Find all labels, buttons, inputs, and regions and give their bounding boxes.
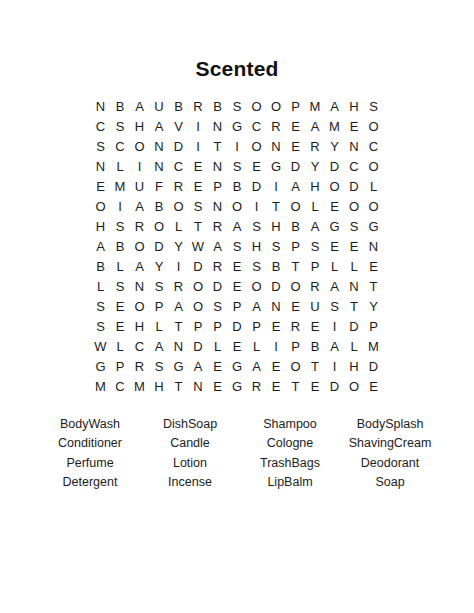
grid-cell-r1c12: M	[305, 96, 325, 116]
grid-cell-r6c15: O	[364, 196, 384, 216]
grid-cell-r4c5: C	[169, 156, 189, 176]
grid-cell-r1c15: S	[364, 96, 384, 116]
grid-cell-r14c13: I	[325, 356, 345, 376]
grid-cell-r15c14: O	[344, 376, 364, 396]
grid-cell-r13c13: A	[325, 336, 345, 356]
word-bank-item-lipbalm: LipBalm	[240, 473, 340, 493]
grid-cell-r1c4: U	[149, 96, 169, 116]
grid-cell-r6c14: O	[344, 196, 364, 216]
grid-cell-r2c10: R	[266, 116, 286, 136]
word-bank-item-bodywash: BodyWash	[40, 414, 140, 434]
word-bank-item-trashbags: TrashBags	[240, 453, 340, 473]
grid-cell-r7c7: R	[208, 216, 228, 236]
grid-cell-r6c8: O	[227, 196, 247, 216]
grid-cell-r9c7: R	[208, 256, 228, 276]
grid-cell-r14c12: T	[305, 356, 325, 376]
grid-cell-r8c6: W	[188, 236, 208, 256]
grid-cell-r2c13: M	[325, 116, 345, 136]
grid-cell-r10c14: N	[344, 276, 364, 296]
grid-cell-r8c4: D	[149, 236, 169, 256]
grid-cell-r11c11: E	[286, 296, 306, 316]
grid-cell-r12c5: T	[169, 316, 189, 336]
grid-cell-r3c9: O	[247, 136, 267, 156]
grid-cell-r13c3: C	[130, 336, 150, 356]
grid-cell-r15c3: M	[130, 376, 150, 396]
grid-cell-r9c10: B	[266, 256, 286, 276]
grid-cell-r10c9: O	[247, 276, 267, 296]
grid-cell-r8c15: N	[364, 236, 384, 256]
grid-cell-r7c5: L	[169, 216, 189, 236]
grid-cell-r6c5: O	[169, 196, 189, 216]
grid-cell-r7c4: O	[149, 216, 169, 236]
grid-cell-r3c8: I	[227, 136, 247, 156]
grid-cell-r11c14: T	[344, 296, 364, 316]
grid-cell-r3c15: C	[364, 136, 384, 156]
grid-cell-r9c4: Y	[149, 256, 169, 276]
grid-cell-r1c7: B	[208, 96, 228, 116]
grid-cell-r9c15: E	[364, 256, 384, 276]
grid-cell-r9c11: T	[286, 256, 306, 276]
grid-cell-r3c14: N	[344, 136, 364, 156]
grid-cell-r13c2: L	[110, 336, 130, 356]
grid-cell-r12c14: D	[344, 316, 364, 336]
grid-cell-r13c7: L	[208, 336, 228, 356]
word-bank-item-perfume: Perfume	[40, 453, 140, 473]
grid-cell-r10c15: T	[364, 276, 384, 296]
grid-cell-r12c3: H	[130, 316, 150, 336]
grid-cell-r4c6: E	[188, 156, 208, 176]
grid-cell-r6c10: T	[266, 196, 286, 216]
grid-cell-r8c11: P	[286, 236, 306, 256]
grid-cell-r13c11: P	[286, 336, 306, 356]
grid-cell-r14c9: A	[247, 356, 267, 376]
grid-cell-r4c9: E	[247, 156, 267, 176]
grid-cell-r12c15: P	[364, 316, 384, 336]
word-bank-item-dishsoap: DishSoap	[140, 414, 240, 434]
grid-cell-r6c12: L	[305, 196, 325, 216]
grid-cell-r12c7: P	[208, 316, 228, 336]
grid-cell-r7c12: A	[305, 216, 325, 236]
grid-cell-r12c12: E	[305, 316, 325, 336]
grid-cell-r13c8: E	[227, 336, 247, 356]
grid-cell-r5c10: I	[266, 176, 286, 196]
grid-cell-r11c7: S	[208, 296, 228, 316]
grid-cell-r10c10: D	[266, 276, 286, 296]
grid-cell-r8c1: A	[91, 236, 111, 256]
grid-cell-r5c2: M	[110, 176, 130, 196]
grid-cell-r10c11: O	[286, 276, 306, 296]
grid-cell-r1c1: N	[91, 96, 111, 116]
grid-cell-r7c9: S	[247, 216, 267, 236]
grid-cell-r11c15: Y	[364, 296, 384, 316]
grid-cell-r15c13: D	[325, 376, 345, 396]
grid-cell-r9c6: D	[188, 256, 208, 276]
grid-cell-r11c1: S	[91, 296, 111, 316]
grid-cell-r13c4: A	[149, 336, 169, 356]
grid-cell-r8c8: S	[227, 236, 247, 256]
grid-cell-r6c7: N	[208, 196, 228, 216]
grid-cell-r13c5: N	[169, 336, 189, 356]
grid-cell-r14c2: P	[110, 356, 130, 376]
grid-cell-r14c3: R	[130, 356, 150, 376]
grid-cell-r12c1: S	[91, 316, 111, 336]
word-bank-item-shampoo: Shampoo	[240, 414, 340, 434]
grid-cell-r3c5: D	[169, 136, 189, 156]
grid-cell-r5c15: L	[364, 176, 384, 196]
grid-cell-r1c8: S	[227, 96, 247, 116]
grid-cell-r15c15: E	[364, 376, 384, 396]
grid-cell-r7c6: T	[188, 216, 208, 236]
grid-cell-r10c6: O	[188, 276, 208, 296]
grid-cell-r9c9: S	[247, 256, 267, 276]
grid-cell-r2c3: H	[130, 116, 150, 136]
grid-cell-r11c5: A	[169, 296, 189, 316]
word-bank-item-candle: Candle	[140, 434, 240, 454]
grid-cell-r12c9: P	[247, 316, 267, 336]
grid-cell-r15c8: G	[227, 376, 247, 396]
grid-cell-r8c14: E	[344, 236, 364, 256]
grid-cell-r7c8: A	[227, 216, 247, 236]
grid-cell-r14c5: G	[169, 356, 189, 376]
grid-cell-r5c7: P	[208, 176, 228, 196]
grid-cell-r8c13: E	[325, 236, 345, 256]
grid-cell-r6c4: B	[149, 196, 169, 216]
grid-cell-r13c1: W	[91, 336, 111, 356]
word-bank-item-deodorant: Deodorant	[340, 453, 440, 473]
grid-cell-r9c3: A	[130, 256, 150, 276]
grid-cell-r5c5: R	[169, 176, 189, 196]
grid-cell-r6c9: I	[247, 196, 267, 216]
grid-cell-r2c5: V	[169, 116, 189, 136]
grid-cell-r12c11: R	[286, 316, 306, 336]
grid-cell-r12c2: E	[110, 316, 130, 336]
word-bank-item-conditioner: Conditioner	[40, 434, 140, 454]
grid-cell-r7c11: B	[286, 216, 306, 236]
grid-cell-r10c3: N	[130, 276, 150, 296]
grid-cell-r5c6: E	[188, 176, 208, 196]
grid-cell-r4c10: G	[266, 156, 286, 176]
grid-cell-r4c14: C	[344, 156, 364, 176]
grid-cell-r14c10: E	[266, 356, 286, 376]
grid-cell-r7c3: R	[130, 216, 150, 236]
grid-cell-r15c12: E	[305, 376, 325, 396]
grid-cell-r13c10: I	[266, 336, 286, 356]
grid-cell-r6c2: I	[110, 196, 130, 216]
grid-cell-r4c12: Y	[305, 156, 325, 176]
grid-cell-r15c4: H	[149, 376, 169, 396]
puzzle-title: Scented	[0, 58, 474, 80]
grid-cell-r14c14: H	[344, 356, 364, 376]
grid-cell-r8c7: A	[208, 236, 228, 256]
grid-cell-r11c3: O	[130, 296, 150, 316]
grid-cell-r1c14: H	[344, 96, 364, 116]
word-bank-item-shavingcream: ShavingCream	[340, 434, 440, 454]
grid-cell-r7c14: S	[344, 216, 364, 236]
grid-cell-r12c10: E	[266, 316, 286, 336]
grid-cell-r4c4: N	[149, 156, 169, 176]
grid-cell-r15c7: E	[208, 376, 228, 396]
grid-cell-r10c13: A	[325, 276, 345, 296]
grid-cell-r5c12: H	[305, 176, 325, 196]
grid-cell-r10c12: R	[305, 276, 325, 296]
grid-cell-r14c15: D	[364, 356, 384, 376]
grid-cell-r1c9: O	[247, 96, 267, 116]
word-bank-item-bodysplash: BodySplash	[340, 414, 440, 434]
grid-cell-r3c1: S	[91, 136, 111, 156]
grid-cell-r15c2: C	[110, 376, 130, 396]
grid-cell-r15c6: N	[188, 376, 208, 396]
grid-cell-r3c3: O	[130, 136, 150, 156]
grid-cell-r14c1: G	[91, 356, 111, 376]
grid-cell-r13c12: B	[305, 336, 325, 356]
grid-cell-r7c10: H	[266, 216, 286, 236]
grid-cell-r1c5: B	[169, 96, 189, 116]
grid-cell-r3c12: R	[305, 136, 325, 156]
grid-cell-r3c10: N	[266, 136, 286, 156]
grid-cell-r4c1: N	[91, 156, 111, 176]
grid-cell-r12c4: L	[149, 316, 169, 336]
grid-cell-r11c12: U	[305, 296, 325, 316]
grid-cell-r11c6: O	[188, 296, 208, 316]
word-bank: BodyWashDishSoapShampooBodySplashConditi…	[40, 414, 440, 492]
grid-cell-r15c10: E	[266, 376, 286, 396]
word-bank-item-lotion: Lotion	[140, 453, 240, 473]
grid-cell-r10c4: S	[149, 276, 169, 296]
grid-cell-r1c13: A	[325, 96, 345, 116]
word-bank-item-incense: Incense	[140, 473, 240, 493]
grid-cell-r4c13: D	[325, 156, 345, 176]
grid-cell-r14c4: S	[149, 356, 169, 376]
grid-cell-r9c2: L	[110, 256, 130, 276]
grid-cell-r15c9: R	[247, 376, 267, 396]
grid-cell-r7c15: G	[364, 216, 384, 236]
grid-cell-r8c10: S	[266, 236, 286, 256]
grid-cell-r2c11: E	[286, 116, 306, 136]
word-search-grid: NBAUBRBSOOPMAHSCSHAVINGCREAMEOSCONDITION…	[91, 96, 384, 396]
grid-cell-r7c2: S	[110, 216, 130, 236]
grid-cell-r5c3: U	[130, 176, 150, 196]
grid-cell-r13c6: D	[188, 336, 208, 356]
grid-cell-r6c13: E	[325, 196, 345, 216]
grid-cell-r4c8: S	[227, 156, 247, 176]
grid-cell-r3c6: I	[188, 136, 208, 156]
grid-cell-r8c12: S	[305, 236, 325, 256]
grid-cell-r9c8: E	[227, 256, 247, 276]
grid-cell-r5c8: B	[227, 176, 247, 196]
grid-cell-r12c6: P	[188, 316, 208, 336]
grid-cell-r15c11: T	[286, 376, 306, 396]
grid-cell-r2c2: S	[110, 116, 130, 136]
grid-cell-r8c5: Y	[169, 236, 189, 256]
grid-cell-r5c11: A	[286, 176, 306, 196]
grid-cell-r8c3: O	[130, 236, 150, 256]
grid-cell-r2c7: N	[208, 116, 228, 136]
grid-cell-r9c1: B	[91, 256, 111, 276]
grid-cell-r2c8: G	[227, 116, 247, 136]
grid-cell-r1c10: O	[266, 96, 286, 116]
grid-cell-r9c12: P	[305, 256, 325, 276]
grid-cell-r11c4: P	[149, 296, 169, 316]
grid-cell-r14c7: E	[208, 356, 228, 376]
grid-cell-r2c4: A	[149, 116, 169, 136]
grid-cell-r10c8: E	[227, 276, 247, 296]
grid-cell-r7c13: G	[325, 216, 345, 236]
grid-cell-r6c11: O	[286, 196, 306, 216]
grid-cell-r12c8: D	[227, 316, 247, 336]
grid-cell-r10c2: S	[110, 276, 130, 296]
grid-cell-r8c9: H	[247, 236, 267, 256]
word-bank-item-soap: Soap	[340, 473, 440, 493]
grid-cell-r9c5: I	[169, 256, 189, 276]
grid-cell-r1c3: A	[130, 96, 150, 116]
grid-cell-r1c2: B	[110, 96, 130, 116]
grid-cell-r6c6: S	[188, 196, 208, 216]
word-search-page: Scented NBAUBRBSOOPMAHSCSHAVINGCREAMEOSC…	[0, 0, 474, 613]
grid-cell-r3c13: Y	[325, 136, 345, 156]
grid-cell-r10c1: L	[91, 276, 111, 296]
grid-cell-r2c12: A	[305, 116, 325, 136]
grid-cell-r12c13: I	[325, 316, 345, 336]
grid-cell-r15c1: M	[91, 376, 111, 396]
grid-cell-r5c1: E	[91, 176, 111, 196]
grid-cell-r9c14: L	[344, 256, 364, 276]
grid-cell-r2c9: C	[247, 116, 267, 136]
grid-cell-r1c6: R	[188, 96, 208, 116]
grid-cell-r5c13: O	[325, 176, 345, 196]
grid-cell-r8c2: B	[110, 236, 130, 256]
grid-cell-r13c15: M	[364, 336, 384, 356]
grid-cell-r3c7: T	[208, 136, 228, 156]
grid-cell-r11c8: P	[227, 296, 247, 316]
grid-cell-r10c5: R	[169, 276, 189, 296]
grid-cell-r11c2: E	[110, 296, 130, 316]
grid-cell-r10c7: D	[208, 276, 228, 296]
grid-cell-r11c13: S	[325, 296, 345, 316]
grid-cell-r14c6: A	[188, 356, 208, 376]
grid-cell-r13c9: L	[247, 336, 267, 356]
grid-cell-r5c9: D	[247, 176, 267, 196]
grid-cell-r2c6: I	[188, 116, 208, 136]
word-bank-item-detergent: Detergent	[40, 473, 140, 493]
grid-cell-r2c15: O	[364, 116, 384, 136]
grid-cell-r14c8: G	[227, 356, 247, 376]
grid-cell-r6c1: O	[91, 196, 111, 216]
grid-cell-r3c4: N	[149, 136, 169, 156]
grid-cell-r6c3: A	[130, 196, 150, 216]
grid-cell-r4c2: L	[110, 156, 130, 176]
grid-cell-r3c11: E	[286, 136, 306, 156]
grid-cell-r4c7: N	[208, 156, 228, 176]
grid-cell-r15c5: T	[169, 376, 189, 396]
word-bank-item-cologne: Cologne	[240, 434, 340, 454]
grid-cell-r13c14: L	[344, 336, 364, 356]
grid-cell-r5c14: D	[344, 176, 364, 196]
grid-cell-r4c3: I	[130, 156, 150, 176]
grid-cell-r1c11: P	[286, 96, 306, 116]
grid-cell-r9c13: L	[325, 256, 345, 276]
grid-cell-r2c14: E	[344, 116, 364, 136]
grid-cell-r2c1: C	[91, 116, 111, 136]
grid-cell-r3c2: C	[110, 136, 130, 156]
grid-cell-r4c15: O	[364, 156, 384, 176]
grid-cell-r11c10: N	[266, 296, 286, 316]
grid-cell-r5c4: F	[149, 176, 169, 196]
grid-cell-r7c1: H	[91, 216, 111, 236]
grid-cell-r14c11: O	[286, 356, 306, 376]
grid-cell-r11c9: A	[247, 296, 267, 316]
grid-cell-r4c11: D	[286, 156, 306, 176]
